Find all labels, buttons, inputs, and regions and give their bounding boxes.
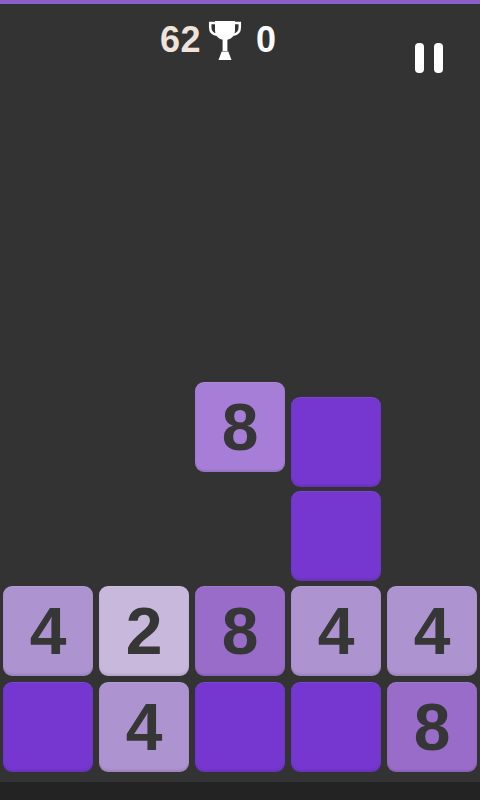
bottom-shade-bar: [0, 782, 480, 800]
falling-brick-bottom: [291, 491, 381, 581]
header-bar: 62 0: [0, 16, 480, 64]
stack-r7c0-brick: [3, 682, 93, 772]
game-board[interactable]: 84284448: [0, 0, 480, 800]
stack-r6c2-tile-8: 8: [195, 586, 285, 676]
stack-r7c3-brick: [291, 682, 381, 772]
stack-r7c1-tile-4: 4: [99, 682, 189, 772]
stack-r7c4-tile-8: 8: [387, 682, 477, 772]
falling-tile-8: 8: [195, 382, 285, 472]
stack-r6c4-tile-4: 4: [387, 586, 477, 676]
pause-icon: [434, 43, 443, 73]
score-value: 62: [160, 19, 201, 61]
game-screen: 84284448 62 0: [0, 0, 480, 800]
score-display: 62 0: [160, 16, 276, 64]
stack-r6c0-tile-4: 4: [3, 586, 93, 676]
pause-icon: [415, 43, 424, 73]
trophy-icon: [208, 19, 242, 61]
stack-r6c1-tile-2: 2: [99, 586, 189, 676]
top-accent-bar: [0, 0, 480, 4]
stack-r6c3-tile-4: 4: [291, 586, 381, 676]
stack-r7c2-brick: [195, 682, 285, 772]
falling-brick-top: [291, 397, 381, 487]
pause-button[interactable]: [407, 35, 451, 81]
best-score-value: 0: [256, 19, 276, 61]
